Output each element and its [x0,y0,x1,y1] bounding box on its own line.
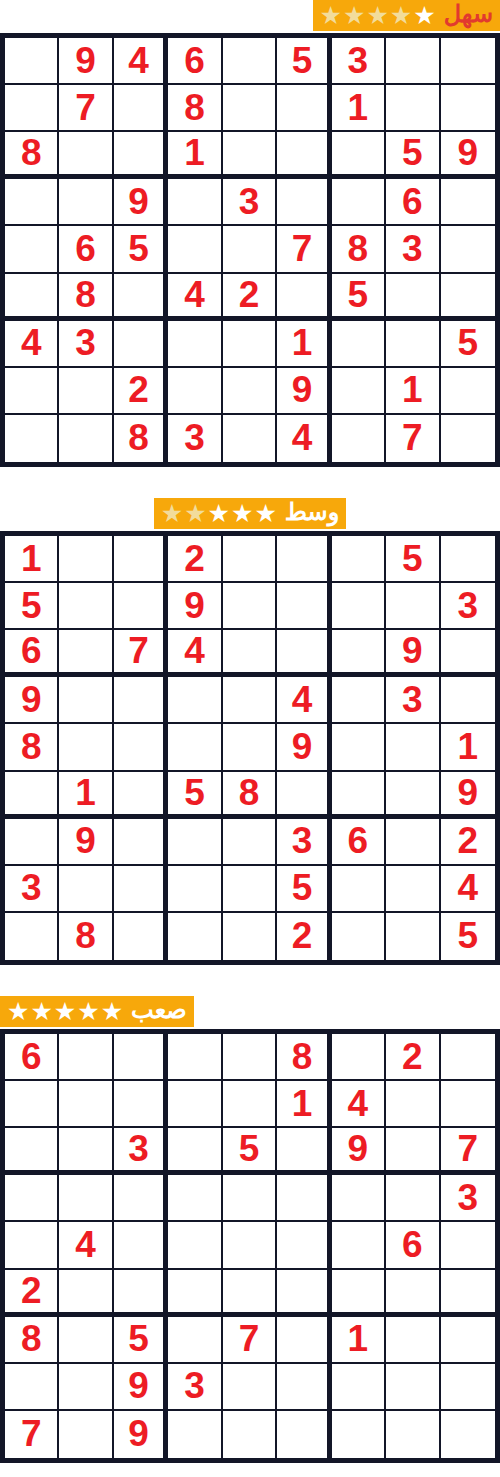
cell-r4c8: 3 [386,677,440,724]
cell-r2c2 [59,583,113,630]
star-empty-icon: ★ [184,501,206,526]
cell-r4c1 [5,1175,59,1222]
cell-r2c9 [441,1081,495,1128]
sudoku-board-easy: 94653781815993665783842543152918347 [0,33,500,467]
cell-r8c2 [59,866,113,913]
cell-r4c8: 6 [386,179,440,226]
cell-r1c9 [441,38,495,85]
star-filled-icon: ★ [7,999,29,1024]
cell-r7c5 [223,819,277,866]
cell-r6c9: 9 [441,772,495,819]
cell-r3c3 [114,132,168,179]
cell-r4c4 [168,179,222,226]
cell-r7c7: 6 [332,819,386,866]
cell-r7c3 [114,321,168,368]
difficulty-label-hard: صعب [131,998,187,1025]
cell-r7c1 [5,819,59,866]
star-filled-icon: ★ [231,501,253,526]
cell-r9c7 [332,913,386,960]
difficulty-stars-medium: ★★★★★ [161,501,277,526]
cell-r9c1: 7 [5,1411,59,1458]
cell-r1c1: 6 [5,1034,59,1081]
difficulty-badge-hard: ★★★★★ صعب [0,996,194,1027]
cell-r2c7 [332,583,386,630]
cell-r5c8 [386,724,440,771]
cell-r4c9 [441,179,495,226]
cell-r3c1 [5,1128,59,1175]
cell-r4c1 [5,179,59,226]
cell-r1c8: 5 [386,536,440,583]
cell-r9c2 [59,415,113,462]
cell-r5c6: 9 [277,724,331,771]
cell-r3c5: 5 [223,1128,277,1175]
cell-r4c4 [168,677,222,724]
star-filled-icon: ★ [413,3,435,28]
cell-r1c2: 9 [59,38,113,85]
cell-r8c9: 4 [441,866,495,913]
cell-r5c7: 8 [332,226,386,273]
cell-r7c2: 9 [59,819,113,866]
difficulty-badge-row-easy: ★★★★★ سهل [0,0,500,31]
cell-r7c4 [168,819,222,866]
cell-r3c2 [59,1128,113,1175]
cell-r8c8 [386,866,440,913]
cell-r6c5: 8 [223,772,277,819]
cell-r7c6 [277,1317,331,1364]
cell-r7c8 [386,321,440,368]
cell-r3c7 [332,630,386,677]
cell-r7c4 [168,321,222,368]
cell-r9c5 [223,913,277,960]
cell-r9c3: 8 [114,415,168,462]
cell-r2c3 [114,85,168,132]
cell-r4c7 [332,179,386,226]
difficulty-stars-easy: ★★★★★ [320,3,436,28]
cell-r9c9 [441,415,495,462]
cell-r4c2 [59,677,113,724]
cell-r6c1: 2 [5,1270,59,1317]
cell-r9c6: 4 [277,415,331,462]
cell-r7c9 [441,1317,495,1364]
cell-r6c5: 2 [223,274,277,321]
cell-r9c6: 2 [277,913,331,960]
cell-r8c8: 1 [386,368,440,415]
cell-r3c1: 8 [5,132,59,179]
cell-r7c6: 3 [277,819,331,866]
cell-r6c1 [5,772,59,819]
cell-r5c9 [441,226,495,273]
cell-r8c4 [168,866,222,913]
cell-r4c5 [223,1175,277,1222]
cell-r9c6 [277,1411,331,1458]
cell-r9c5 [223,1411,277,1458]
cell-r7c8 [386,1317,440,1364]
cell-r4c3 [114,1175,168,1222]
difficulty-label-medium: وسط [285,500,339,527]
cell-r8c6: 9 [277,368,331,415]
cell-r4c7 [332,1175,386,1222]
difficulty-badge-row-hard: ★★★★★ صعب [0,996,500,1027]
cell-r8c7 [332,866,386,913]
cell-r6c6 [277,274,331,321]
cell-r3c9: 9 [441,132,495,179]
star-filled-icon: ★ [208,501,230,526]
cell-r8c2 [59,368,113,415]
cell-r5c8: 6 [386,1222,440,1269]
cell-r7c9: 2 [441,819,495,866]
cell-r9c1 [5,913,59,960]
cell-r4c5 [223,677,277,724]
cell-r4c6: 4 [277,677,331,724]
cell-r7c7: 1 [332,1317,386,1364]
star-empty-icon: ★ [320,3,342,28]
cell-r6c9 [441,274,495,321]
cell-r2c7: 4 [332,1081,386,1128]
cell-r3c4: 4 [168,630,222,677]
cell-r2c3 [114,583,168,630]
cell-r3c8: 9 [386,630,440,677]
cell-r5c6 [277,1222,331,1269]
cell-r8c5 [223,866,277,913]
star-filled-icon: ★ [30,999,52,1024]
cell-r7c2: 3 [59,321,113,368]
cell-r7c5 [223,321,277,368]
cell-r2c2 [59,1081,113,1128]
cell-r2c5 [223,85,277,132]
difficulty-badge-medium: ★★★★★ وسط [154,498,347,529]
cell-r9c7 [332,1411,386,1458]
cell-r5c1 [5,1222,59,1269]
star-empty-icon: ★ [366,3,388,28]
cell-r1c6: 8 [277,1034,331,1081]
cell-r1c4: 2 [168,536,222,583]
cell-r2c2: 7 [59,85,113,132]
cell-r3c6 [277,1128,331,1175]
cell-r3c5 [223,132,277,179]
cell-r3c5 [223,630,277,677]
cell-r8c4: 3 [168,1364,222,1411]
cell-r8c5 [223,368,277,415]
cell-r1c6: 5 [277,38,331,85]
puzzle-medium: ★★★★★ وسط 125593674994389115899362354825 [0,498,500,965]
cell-r8c6 [277,1364,331,1411]
cell-r6c5 [223,1270,277,1317]
cell-r7c6: 1 [277,321,331,368]
cell-r3c4 [168,1128,222,1175]
cell-r7c7 [332,321,386,368]
cell-r1c7 [332,536,386,583]
cell-r4c2 [59,179,113,226]
cell-r5c3: 5 [114,226,168,273]
cell-r8c1: 3 [5,866,59,913]
difficulty-badge-easy: ★★★★★ سهل [313,0,500,31]
cell-r6c8 [386,274,440,321]
cell-r5c5 [223,226,277,273]
cell-r3c6 [277,132,331,179]
cell-r1c5 [223,536,277,583]
cell-r3c8 [386,1128,440,1175]
cell-r5c2: 6 [59,226,113,273]
cell-r1c7 [332,1034,386,1081]
star-filled-icon: ★ [101,999,123,1024]
cell-r9c2: 8 [59,913,113,960]
cell-r3c3: 7 [114,630,168,677]
cell-r9c4: 3 [168,415,222,462]
cell-r9c8 [386,913,440,960]
star-empty-icon: ★ [343,3,365,28]
cell-r6c3 [114,772,168,819]
cell-r9c3 [114,913,168,960]
cell-r5c8: 3 [386,226,440,273]
cell-r9c9: 5 [441,913,495,960]
cell-r1c3 [114,1034,168,1081]
cell-r2c8 [386,583,440,630]
cell-r9c1 [5,415,59,462]
cell-r6c7 [332,1270,386,1317]
star-empty-icon: ★ [390,3,412,28]
cell-r6c9 [441,1270,495,1317]
cell-r1c5 [223,38,277,85]
cell-r9c2 [59,1411,113,1458]
cell-r6c6 [277,1270,331,1317]
cell-r7c8 [386,819,440,866]
cell-r8c1 [5,368,59,415]
cell-r5c4 [168,724,222,771]
cell-r8c8 [386,1364,440,1411]
cell-r4c6 [277,179,331,226]
cell-r2c9 [441,85,495,132]
difficulty-badge-row-medium: ★★★★★ وسط [0,498,500,529]
cell-r5c7 [332,724,386,771]
cell-r5c2: 4 [59,1222,113,1269]
cell-r6c2 [59,1270,113,1317]
cell-r7c9: 5 [441,321,495,368]
star-filled-icon: ★ [54,999,76,1024]
cell-r2c4 [168,1081,222,1128]
cell-r5c1: 8 [5,724,59,771]
cell-r7c3 [114,819,168,866]
cell-r9c4 [168,913,222,960]
cell-r6c4: 4 [168,274,222,321]
cell-r4c6 [277,1175,331,1222]
sudoku-board-medium: 125593674994389115899362354825 [0,531,500,965]
cell-r6c4 [168,1270,222,1317]
cell-r2c5 [223,583,277,630]
cell-r9c4 [168,1411,222,1458]
cell-r2c4: 8 [168,85,222,132]
sudoku-page: ★★★★★ سهل 946537818159936657838425431529… [0,0,500,1463]
cell-r3c6 [277,630,331,677]
cell-r7c2 [59,1317,113,1364]
cell-r9c3: 9 [114,1411,168,1458]
puzzle-hard: ★★★★★ صعب 682143597346285719379 [0,996,500,1463]
cell-r3c4: 1 [168,132,222,179]
cell-r5c4 [168,1222,222,1269]
cell-r8c9 [441,1364,495,1411]
cell-r2c6 [277,583,331,630]
cell-r3c2 [59,630,113,677]
cell-r4c7 [332,677,386,724]
cell-r5c1 [5,226,59,273]
cell-r2c5 [223,1081,277,1128]
cell-r1c7: 3 [332,38,386,85]
cell-r2c8 [386,1081,440,1128]
cell-r1c4: 6 [168,38,222,85]
cell-r6c2: 1 [59,772,113,819]
difficulty-stars-hard: ★★★★★ [7,999,123,1024]
cell-r1c8: 2 [386,1034,440,1081]
cell-r1c9 [441,536,495,583]
cell-r6c2: 8 [59,274,113,321]
cell-r9c8 [386,1411,440,1458]
cell-r2c1 [5,1081,59,1128]
cell-r9c5 [223,415,277,462]
cell-r1c8 [386,38,440,85]
cell-r3c9 [441,630,495,677]
cell-r2c8 [386,85,440,132]
cell-r4c2 [59,1175,113,1222]
cell-r5c3 [114,1222,168,1269]
cell-r2c4: 9 [168,583,222,630]
cell-r4c3: 9 [114,179,168,226]
sudoku-board-hard: 682143597346285719379 [0,1029,500,1463]
puzzle-easy: ★★★★★ سهل 946537818159936657838425431529… [0,0,500,467]
difficulty-label-easy: سهل [444,2,493,29]
cell-r6c3 [114,1270,168,1317]
cell-r2c9: 3 [441,583,495,630]
cell-r6c3 [114,274,168,321]
cell-r4c8 [386,1175,440,1222]
cell-r6c8 [386,772,440,819]
cell-r4c9 [441,677,495,724]
cell-r2c1: 5 [5,583,59,630]
cell-r5c6: 7 [277,226,331,273]
star-filled-icon: ★ [77,999,99,1024]
cell-r2c3 [114,1081,168,1128]
cell-r8c3: 9 [114,1364,168,1411]
cell-r3c1: 6 [5,630,59,677]
cell-r1c6 [277,536,331,583]
cell-r1c2 [59,536,113,583]
cell-r5c4 [168,226,222,273]
cell-r1c1: 1 [5,536,59,583]
cell-r8c5 [223,1364,277,1411]
cell-r7c3: 5 [114,1317,168,1364]
cell-r1c2 [59,1034,113,1081]
cell-r8c1 [5,1364,59,1411]
cell-r8c9 [441,368,495,415]
cell-r4c4 [168,1175,222,1222]
cell-r4c1: 9 [5,677,59,724]
cell-r8c2 [59,1364,113,1411]
cell-r1c4 [168,1034,222,1081]
cell-r9c7 [332,415,386,462]
cell-r3c7 [332,132,386,179]
cell-r8c4 [168,368,222,415]
cell-r5c7 [332,1222,386,1269]
cell-r4c3 [114,677,168,724]
cell-r9c8: 7 [386,415,440,462]
cell-r3c7: 9 [332,1128,386,1175]
cell-r5c3 [114,724,168,771]
cell-r8c3 [114,866,168,913]
cell-r2c1 [5,85,59,132]
cell-r5c5 [223,724,277,771]
cell-r3c3: 3 [114,1128,168,1175]
cell-r1c9 [441,1034,495,1081]
cell-r2c6 [277,85,331,132]
star-filled-icon: ★ [254,501,276,526]
cell-r7c5: 7 [223,1317,277,1364]
cell-r5c9: 1 [441,724,495,771]
cell-r6c1 [5,274,59,321]
cell-r5c5 [223,1222,277,1269]
cell-r2c7: 1 [332,85,386,132]
cell-r8c6: 5 [277,866,331,913]
cell-r8c7 [332,368,386,415]
cell-r3c8: 5 [386,132,440,179]
cell-r1c3: 4 [114,38,168,85]
cell-r5c9 [441,1222,495,1269]
cell-r7c4 [168,1317,222,1364]
cell-r6c7: 5 [332,274,386,321]
cell-r4c5: 3 [223,179,277,226]
cell-r1c3 [114,536,168,583]
cell-r6c7 [332,772,386,819]
cell-r7c1: 4 [5,321,59,368]
cell-r3c9: 7 [441,1128,495,1175]
cell-r4c9: 3 [441,1175,495,1222]
cell-r6c4: 5 [168,772,222,819]
cell-r5c2 [59,724,113,771]
cell-r2c6: 1 [277,1081,331,1128]
cell-r8c7 [332,1364,386,1411]
cell-r8c3: 2 [114,368,168,415]
cell-r1c1 [5,38,59,85]
star-empty-icon: ★ [161,501,183,526]
cell-r3c2 [59,132,113,179]
cell-r6c6 [277,772,331,819]
cell-r7c1: 8 [5,1317,59,1364]
cell-r6c8 [386,1270,440,1317]
cell-r1c5 [223,1034,277,1081]
